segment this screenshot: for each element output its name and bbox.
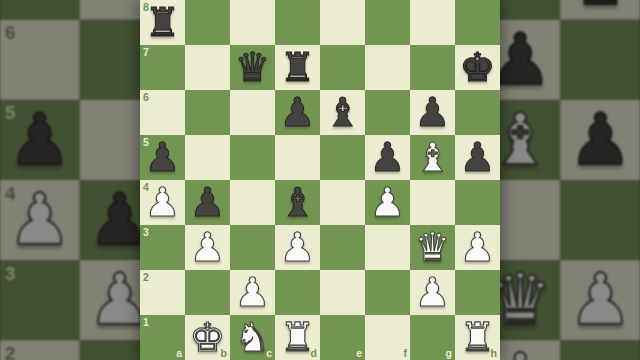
square-a6[interactable]: 6	[140, 90, 185, 135]
piece-white-pawn[interactable]: ♟	[185, 224, 230, 269]
file-label-e: e	[356, 347, 362, 359]
file-label-a: a	[176, 347, 182, 359]
square-b3[interactable]: ♟	[185, 225, 230, 270]
bg-piece-black-king: ♚	[560, 0, 640, 18]
bg-rank-label-6: 6	[5, 22, 15, 43]
piece-white-rook[interactable]: ♜	[275, 314, 320, 359]
piece-black-king[interactable]: ♚	[455, 44, 500, 89]
bg-square-h4	[560, 180, 640, 260]
square-d5[interactable]	[275, 135, 320, 180]
square-c2[interactable]: ♟	[230, 270, 275, 315]
square-g7[interactable]	[410, 45, 455, 90]
square-a3[interactable]: 3	[140, 225, 185, 270]
square-f7[interactable]	[365, 45, 410, 90]
bg-square-h3: ♟	[560, 260, 640, 340]
file-label-f: f	[404, 347, 408, 359]
piece-white-king[interactable]: ♚	[185, 314, 230, 359]
bg-square-a3: 3	[0, 260, 80, 340]
bg-square-a4: 4♟	[0, 180, 80, 260]
square-g3[interactable]: ♛	[410, 225, 455, 270]
square-e5[interactable]	[320, 135, 365, 180]
piece-white-queen[interactable]: ♛	[410, 224, 455, 269]
square-h5[interactable]: ♟	[455, 135, 500, 180]
rank-label-1: 1	[143, 316, 149, 328]
piece-white-rook[interactable]: ♜	[455, 314, 500, 359]
square-d7[interactable]: ♜	[275, 45, 320, 90]
square-h8[interactable]	[455, 0, 500, 45]
square-f8[interactable]	[365, 0, 410, 45]
square-g5[interactable]: ♝	[410, 135, 455, 180]
bg-square-h5: ♟	[560, 100, 640, 180]
square-c1[interactable]: c♞	[230, 315, 275, 360]
square-b5[interactable]	[185, 135, 230, 180]
square-b1[interactable]: b♚	[185, 315, 230, 360]
square-d8[interactable]	[275, 0, 320, 45]
square-c6[interactable]	[230, 90, 275, 135]
square-b8[interactable]	[185, 0, 230, 45]
bg-piece-black-pawn: ♟	[0, 98, 80, 178]
rank-label-2: 2	[143, 271, 149, 283]
square-b2[interactable]	[185, 270, 230, 315]
piece-white-pawn[interactable]: ♟	[230, 269, 275, 314]
square-a5[interactable]: 5♟	[140, 135, 185, 180]
bg-square-a5: 5♟	[0, 100, 80, 180]
square-e7[interactable]	[320, 45, 365, 90]
video-frame: 8♜7♛♜♚6♟♝♟5♟♟♝♟4♟♟♝♟3♟♟♛♟2♟♟1ab♚c♞d♜efgh…	[0, 0, 640, 360]
square-e3[interactable]	[320, 225, 365, 270]
square-h7[interactable]: ♚	[455, 45, 500, 90]
square-f3[interactable]	[365, 225, 410, 270]
bg-piece-white-pawn: ♟	[560, 258, 640, 338]
square-e1[interactable]: e	[320, 315, 365, 360]
piece-black-pawn[interactable]: ♟	[275, 89, 320, 134]
bg-piece-white-pawn: ♟	[0, 178, 80, 258]
square-e4[interactable]	[320, 180, 365, 225]
bg-square-h2	[560, 340, 640, 360]
square-g8[interactable]	[410, 0, 455, 45]
piece-black-pawn[interactable]: ♟	[410, 89, 455, 134]
bg-rank-label-2: 2	[5, 342, 15, 360]
square-e6[interactable]: ♝	[320, 90, 365, 135]
piece-black-pawn[interactable]: ♟	[365, 134, 410, 179]
square-a1[interactable]: 1a	[140, 315, 185, 360]
square-h1[interactable]: h♜	[455, 315, 500, 360]
piece-white-pawn[interactable]: ♟	[455, 224, 500, 269]
piece-black-pawn[interactable]: ♟	[455, 134, 500, 179]
piece-black-bishop[interactable]: ♝	[320, 89, 365, 134]
bg-piece-black-pawn: ♟	[560, 98, 640, 178]
square-d6[interactable]: ♟	[275, 90, 320, 135]
square-c4[interactable]	[230, 180, 275, 225]
square-h2[interactable]	[455, 270, 500, 315]
square-c5[interactable]	[230, 135, 275, 180]
square-a4[interactable]: 4♟	[140, 180, 185, 225]
square-d4[interactable]: ♝	[275, 180, 320, 225]
square-d3[interactable]: ♟	[275, 225, 320, 270]
rank-label-7: 7	[143, 46, 149, 58]
piece-black-rook[interactable]: ♜	[140, 0, 185, 44]
square-a7[interactable]: 7	[140, 45, 185, 90]
square-f1[interactable]: f	[365, 315, 410, 360]
piece-white-pawn[interactable]: ♟	[140, 179, 185, 224]
square-a2[interactable]: 2	[140, 270, 185, 315]
piece-white-knight[interactable]: ♞	[230, 314, 275, 359]
square-e2[interactable]	[320, 270, 365, 315]
bg-square-a2: 2	[0, 340, 80, 360]
square-f5[interactable]: ♟	[365, 135, 410, 180]
file-label-g: g	[446, 347, 452, 359]
square-c8[interactable]	[230, 0, 275, 45]
square-f2[interactable]	[365, 270, 410, 315]
piece-white-pawn[interactable]: ♟	[410, 269, 455, 314]
piece-black-rook[interactable]: ♜	[275, 44, 320, 89]
square-g1[interactable]: g	[410, 315, 455, 360]
square-f6[interactable]	[365, 90, 410, 135]
square-h6[interactable]	[455, 90, 500, 135]
square-a8[interactable]: 8♜	[140, 0, 185, 45]
piece-black-pawn[interactable]: ♟	[185, 179, 230, 224]
square-g6[interactable]: ♟	[410, 90, 455, 135]
piece-black-queen[interactable]: ♛	[230, 44, 275, 89]
square-g2[interactable]: ♟	[410, 270, 455, 315]
square-e8[interactable]	[320, 0, 365, 45]
bg-square-a6: 6	[0, 20, 80, 100]
square-c3[interactable]	[230, 225, 275, 270]
bg-square-a7: 7	[0, 0, 80, 20]
bg-rank-label-3: 3	[5, 262, 15, 283]
chess-board: 8♜7♛♜♚6♟♝♟5♟♟♝♟4♟♟♝♟3♟♟♛♟2♟♟1ab♚c♞d♜efgh…	[140, 0, 500, 360]
bg-square-h6	[560, 20, 640, 100]
piece-white-bishop[interactable]: ♝	[410, 134, 455, 179]
piece-black-bishop[interactable]: ♝	[275, 179, 320, 224]
square-c7[interactable]: ♛	[230, 45, 275, 90]
square-h3[interactable]: ♟	[455, 225, 500, 270]
square-b6[interactable]	[185, 90, 230, 135]
square-d1[interactable]: d♜	[275, 315, 320, 360]
square-g4[interactable]	[410, 180, 455, 225]
square-f4[interactable]: ♟	[365, 180, 410, 225]
square-h4[interactable]	[455, 180, 500, 225]
bg-square-h7: ♚	[560, 0, 640, 20]
square-b4[interactable]: ♟	[185, 180, 230, 225]
piece-black-pawn[interactable]: ♟	[140, 134, 185, 179]
rank-label-3: 3	[143, 226, 149, 238]
square-b7[interactable]	[185, 45, 230, 90]
piece-white-pawn[interactable]: ♟	[275, 224, 320, 269]
rank-label-6: 6	[143, 91, 149, 103]
piece-white-pawn[interactable]: ♟	[365, 179, 410, 224]
square-d2[interactable]	[275, 270, 320, 315]
